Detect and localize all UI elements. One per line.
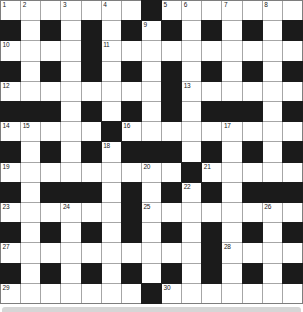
clue-number: 12	[3, 82, 10, 89]
cell[interactable]: 12	[1, 82, 20, 101]
cell[interactable]	[222, 264, 241, 283]
cell[interactable]	[122, 163, 141, 182]
cell[interactable]: 4	[102, 1, 121, 20]
cell[interactable]: 24	[61, 203, 80, 222]
blocked-cell	[182, 163, 201, 182]
cell[interactable]	[162, 41, 181, 60]
blocked-cell	[202, 102, 221, 121]
cell[interactable]: 26	[263, 203, 282, 222]
blocked-cell	[142, 1, 161, 20]
blocked-cell	[162, 142, 181, 161]
clue-number: 8	[264, 1, 267, 8]
cell[interactable]	[222, 223, 241, 242]
cell[interactable]	[142, 122, 161, 141]
cell[interactable]	[82, 284, 101, 303]
cell[interactable]	[243, 284, 262, 303]
cell[interactable]	[243, 82, 262, 101]
blocked-cell	[41, 102, 60, 121]
cell[interactable]	[41, 122, 60, 141]
blocked-cell	[41, 183, 60, 202]
cell[interactable]	[263, 223, 282, 242]
clue-number: 28	[224, 243, 231, 250]
cell[interactable]	[263, 284, 282, 303]
cell[interactable]	[142, 41, 161, 60]
blocked-cell	[243, 264, 262, 283]
clue-number: 18	[103, 142, 110, 149]
cell[interactable]	[222, 21, 241, 40]
cell[interactable]	[202, 122, 221, 141]
blocked-cell	[61, 183, 80, 202]
blocked-cell	[162, 21, 181, 40]
cell[interactable]: 28	[222, 243, 241, 262]
blocked-cell	[1, 142, 20, 161]
cell[interactable]: 17	[222, 122, 241, 141]
cell[interactable]	[243, 163, 262, 182]
cell[interactable]	[61, 243, 80, 262]
cell[interactable]	[263, 21, 282, 40]
cell[interactable]: 9	[142, 21, 161, 40]
cell[interactable]	[222, 142, 241, 161]
clue-number: 16	[123, 122, 130, 129]
blocked-cell	[202, 243, 221, 262]
clue-number: 9	[143, 21, 146, 28]
cell[interactable]	[263, 102, 282, 121]
cell[interactable]	[182, 223, 201, 242]
cell[interactable]	[283, 82, 302, 101]
cell[interactable]	[162, 163, 181, 182]
cell[interactable]	[162, 122, 181, 141]
cell[interactable]	[222, 82, 241, 101]
blocked-cell	[202, 183, 221, 202]
blocked-cell	[82, 21, 101, 40]
cell[interactable]	[21, 62, 40, 81]
cell[interactable]	[222, 62, 241, 81]
cell[interactable]	[122, 284, 141, 303]
blocked-cell	[1, 264, 20, 283]
clue-number: 3	[63, 1, 66, 8]
clue-number: 2	[23, 1, 26, 8]
cell[interactable]	[21, 203, 40, 222]
clue-number: 10	[3, 41, 10, 48]
cell[interactable]	[21, 243, 40, 262]
cell[interactable]	[61, 284, 80, 303]
cell[interactable]: 13	[182, 82, 201, 101]
cell[interactable]	[21, 41, 40, 60]
cell[interactable]: 8	[263, 1, 282, 20]
blocked-cell	[162, 183, 181, 202]
cell[interactable]	[263, 122, 282, 141]
cell[interactable]	[142, 243, 161, 262]
cell[interactable]	[202, 203, 221, 222]
cell[interactable]	[243, 243, 262, 262]
blocked-cell	[122, 102, 141, 121]
blocked-cell	[41, 62, 60, 81]
cell[interactable]	[102, 82, 121, 101]
cell[interactable]	[102, 183, 121, 202]
blocked-cell	[1, 223, 20, 242]
cell[interactable]	[263, 142, 282, 161]
blocked-cell	[162, 223, 181, 242]
blocked-cell	[82, 62, 101, 81]
cell[interactable]	[142, 183, 161, 202]
cell[interactable]	[61, 21, 80, 40]
cell[interactable]: 10	[1, 41, 20, 60]
cell[interactable]	[202, 284, 221, 303]
cell[interactable]	[82, 243, 101, 262]
clue-number: 6	[184, 1, 187, 8]
cell[interactable]: 5	[162, 1, 181, 20]
cell[interactable]: 15	[21, 122, 40, 141]
cell[interactable]	[61, 163, 80, 182]
cell[interactable]	[222, 183, 241, 202]
cell[interactable]: 30	[162, 284, 181, 303]
cell[interactable]: 14	[1, 122, 20, 141]
cell[interactable]	[102, 21, 121, 40]
cell[interactable]	[61, 142, 80, 161]
blocked-cell	[1, 21, 20, 40]
blocked-cell	[283, 264, 302, 283]
cell[interactable]	[41, 41, 60, 60]
blocked-cell	[41, 142, 60, 161]
blocked-cell	[162, 264, 181, 283]
clue-number: 7	[224, 1, 227, 8]
clue-number: 20	[143, 163, 150, 170]
blocked-cell	[82, 223, 101, 242]
cell[interactable]	[263, 82, 282, 101]
clue-number: 17	[224, 122, 231, 129]
cell[interactable]	[142, 102, 161, 121]
cell[interactable]	[82, 82, 101, 101]
blocked-cell	[82, 183, 101, 202]
blocked-cell	[142, 284, 161, 303]
blocked-cell	[243, 62, 262, 81]
clue-number: 26	[264, 203, 271, 210]
blocked-cell	[1, 102, 20, 121]
clue-number: 4	[103, 1, 106, 8]
clue-number: 22	[184, 183, 191, 190]
blocked-cell	[202, 62, 221, 81]
cell[interactable]	[102, 163, 121, 182]
blocked-cell	[162, 102, 181, 121]
cell[interactable]	[283, 284, 302, 303]
blocked-cell	[283, 102, 302, 121]
cell[interactable]	[41, 163, 60, 182]
cell[interactable]: 25	[142, 203, 161, 222]
cell[interactable]	[263, 243, 282, 262]
cell[interactable]	[283, 1, 302, 20]
clue-number: 14	[3, 122, 10, 129]
blocked-cell	[82, 142, 101, 161]
cell[interactable]	[142, 223, 161, 242]
cell[interactable]	[21, 223, 40, 242]
cell[interactable]: 6	[182, 1, 201, 20]
cell[interactable]	[283, 41, 302, 60]
blocked-cell	[82, 102, 101, 121]
blocked-cell	[243, 183, 262, 202]
clue-number: 5	[164, 1, 167, 8]
cell[interactable]	[202, 1, 221, 20]
cell[interactable]	[61, 223, 80, 242]
clue-number: 25	[143, 203, 150, 210]
cell[interactable]: 11	[102, 41, 121, 60]
cell[interactable]	[82, 163, 101, 182]
blocked-cell	[243, 223, 262, 242]
cell[interactable]: 18	[102, 142, 121, 161]
cell[interactable]	[102, 223, 121, 242]
cell[interactable]	[82, 1, 101, 20]
cell[interactable]	[222, 203, 241, 222]
partial-panel-below-grid	[2, 307, 301, 312]
cell[interactable]	[283, 203, 302, 222]
crossword-screen: 1234567891011121314151617181920212223242…	[0, 0, 303, 312]
blocked-cell	[283, 223, 302, 242]
blocked-cell	[202, 21, 221, 40]
blocked-cell	[162, 82, 181, 101]
cell[interactable]	[263, 163, 282, 182]
blocked-cell	[122, 21, 141, 40]
blocked-cell	[283, 62, 302, 81]
blocked-cell	[21, 102, 40, 121]
cell[interactable]	[182, 142, 201, 161]
blocked-cell	[243, 21, 262, 40]
clue-number: 29	[3, 284, 10, 291]
blocked-cell	[122, 183, 141, 202]
cell[interactable]	[122, 243, 141, 262]
cell[interactable]	[283, 163, 302, 182]
cell[interactable]	[243, 1, 262, 20]
cell[interactable]: 20	[142, 163, 161, 182]
blocked-cell	[202, 223, 221, 242]
clue-number: 23	[3, 203, 10, 210]
blocked-cell	[82, 41, 101, 60]
cell[interactable]	[182, 21, 201, 40]
blocked-cell	[283, 21, 302, 40]
cell[interactable]: 29	[1, 284, 20, 303]
cell[interactable]	[182, 264, 201, 283]
cell[interactable]	[182, 62, 201, 81]
cell[interactable]	[142, 82, 161, 101]
cell[interactable]	[222, 163, 241, 182]
blocked-cell	[162, 62, 181, 81]
cell[interactable]	[102, 243, 121, 262]
cell[interactable]: 3	[61, 1, 80, 20]
crossword-board: 1234567891011121314151617181920212223242…	[0, 0, 303, 304]
blocked-cell	[1, 183, 20, 202]
cell[interactable]	[122, 1, 141, 20]
cell[interactable]	[202, 41, 221, 60]
clue-number: 19	[3, 163, 10, 170]
cell[interactable]	[182, 243, 201, 262]
blocked-cell	[122, 203, 141, 222]
cell[interactable]	[263, 264, 282, 283]
cell[interactable]: 22	[182, 183, 201, 202]
cell[interactable]	[21, 142, 40, 161]
cell[interactable]	[61, 122, 80, 141]
clue-number: 24	[63, 203, 70, 210]
blocked-cell	[122, 142, 141, 161]
cell[interactable]	[21, 163, 40, 182]
blocked-cell	[222, 102, 241, 121]
cell[interactable]	[102, 203, 121, 222]
cell[interactable]: 27	[1, 243, 20, 262]
cell[interactable]	[182, 41, 201, 60]
cell[interactable]	[243, 122, 262, 141]
cell[interactable]	[263, 62, 282, 81]
cell[interactable]	[21, 284, 40, 303]
cell[interactable]	[102, 102, 121, 121]
cell[interactable]	[263, 41, 282, 60]
cell[interactable]	[41, 82, 60, 101]
cell[interactable]: 21	[202, 163, 221, 182]
clue-number: 21	[204, 163, 211, 170]
cell[interactable]: 19	[1, 163, 20, 182]
cell[interactable]	[182, 102, 201, 121]
blocked-cell	[122, 223, 141, 242]
cell[interactable]	[182, 284, 201, 303]
cell[interactable]	[243, 41, 262, 60]
cell[interactable]: 7	[222, 1, 241, 20]
cell[interactable]: 23	[1, 203, 20, 222]
clue-number: 11	[103, 41, 109, 48]
cell[interactable]	[283, 122, 302, 141]
blocked-cell	[202, 142, 221, 161]
cell[interactable]	[21, 183, 40, 202]
clue-number: 15	[23, 122, 30, 129]
blocked-cell	[102, 122, 121, 141]
cell[interactable]	[222, 284, 241, 303]
blocked-cell	[142, 142, 161, 161]
blocked-cell	[283, 142, 302, 161]
cell[interactable]	[122, 41, 141, 60]
blocked-cell	[243, 142, 262, 161]
cell[interactable]	[61, 264, 80, 283]
cell[interactable]	[222, 41, 241, 60]
cell[interactable]	[142, 62, 161, 81]
blocked-cell	[202, 264, 221, 283]
cell[interactable]	[41, 243, 60, 262]
blocked-cell	[41, 264, 60, 283]
cell[interactable]	[162, 243, 181, 262]
cell[interactable]	[82, 122, 101, 141]
cell[interactable]	[162, 203, 181, 222]
cell[interactable]	[122, 82, 141, 101]
cell[interactable]	[21, 21, 40, 40]
cell[interactable]	[182, 203, 201, 222]
blocked-cell	[122, 264, 141, 283]
cell[interactable]	[243, 203, 262, 222]
cell[interactable]	[283, 243, 302, 262]
clue-number: 1	[3, 1, 6, 8]
blocked-cell	[122, 62, 141, 81]
cell[interactable]	[41, 284, 60, 303]
blocked-cell	[243, 102, 262, 121]
blocked-cell	[1, 62, 20, 81]
cell[interactable]	[61, 41, 80, 60]
blocked-cell	[82, 264, 101, 283]
blocked-cell	[41, 21, 60, 40]
cell[interactable]	[102, 284, 121, 303]
clue-number: 27	[3, 243, 10, 250]
blocked-cell	[263, 183, 282, 202]
cell[interactable]: 2	[21, 1, 40, 20]
blocked-cell	[41, 223, 60, 242]
clue-number: 30	[164, 284, 171, 291]
clue-number: 13	[184, 82, 191, 89]
cell[interactable]	[82, 203, 101, 222]
cell[interactable]: 1	[1, 1, 20, 20]
cell[interactable]	[21, 264, 40, 283]
blocked-cell	[283, 183, 302, 202]
cell[interactable]	[182, 122, 201, 141]
cell[interactable]	[202, 82, 221, 101]
cell[interactable]	[41, 203, 60, 222]
cell[interactable]	[102, 62, 121, 81]
cell[interactable]	[102, 264, 121, 283]
cell[interactable]: 16	[122, 122, 141, 141]
cell[interactable]	[61, 102, 80, 121]
cell[interactable]	[61, 82, 80, 101]
cell[interactable]	[21, 82, 40, 101]
cell[interactable]	[41, 1, 60, 20]
cell[interactable]	[61, 62, 80, 81]
cell[interactable]	[142, 264, 161, 283]
